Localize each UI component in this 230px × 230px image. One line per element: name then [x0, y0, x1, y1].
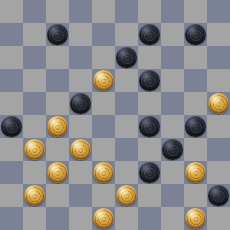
dark-square-46[interactable]	[0, 207, 23, 230]
light-square	[46, 92, 69, 115]
black-man-square-45[interactable]	[208, 185, 229, 206]
black-man-square-13[interactable]	[116, 47, 137, 68]
dark-square-30[interactable]	[184, 115, 207, 138]
dark-square-17[interactable]	[46, 69, 69, 92]
white-man-square-37[interactable]	[47, 162, 68, 183]
light-square	[46, 184, 69, 207]
dark-square-40[interactable]	[184, 161, 207, 184]
dark-square-25[interactable]	[207, 92, 230, 115]
black-man-square-29[interactable]	[139, 116, 160, 137]
dark-square-44[interactable]	[161, 184, 184, 207]
light-square	[0, 138, 23, 161]
light-square	[207, 115, 230, 138]
light-square	[69, 69, 92, 92]
dark-square-13[interactable]	[115, 46, 138, 69]
dark-square-48[interactable]	[92, 207, 115, 230]
light-square	[115, 207, 138, 230]
light-square	[23, 23, 46, 46]
dark-square-39[interactable]	[138, 161, 161, 184]
dark-square-5[interactable]	[207, 0, 230, 23]
dark-square-35[interactable]	[207, 138, 230, 161]
dark-square-27[interactable]	[46, 115, 69, 138]
dark-square-11[interactable]	[23, 46, 46, 69]
dark-square-3[interactable]	[115, 0, 138, 23]
light-square	[138, 92, 161, 115]
dark-square-33[interactable]	[115, 138, 138, 161]
black-man-square-19[interactable]	[139, 70, 160, 91]
dark-square-41[interactable]	[23, 184, 46, 207]
light-square	[23, 161, 46, 184]
white-man-square-32[interactable]	[70, 139, 91, 160]
white-man-square-38[interactable]	[93, 162, 114, 183]
dark-square-16[interactable]	[0, 69, 23, 92]
white-man-square-18[interactable]	[93, 70, 114, 91]
dark-square-14[interactable]	[161, 46, 184, 69]
black-man-square-22[interactable]	[70, 93, 91, 114]
dark-square-31[interactable]	[23, 138, 46, 161]
dark-square-9[interactable]	[138, 23, 161, 46]
black-man-square-30[interactable]	[185, 116, 206, 137]
light-square	[92, 0, 115, 23]
light-square	[23, 115, 46, 138]
light-square	[0, 0, 23, 23]
light-square	[207, 207, 230, 230]
light-square	[138, 0, 161, 23]
light-square	[184, 92, 207, 115]
light-square	[115, 69, 138, 92]
black-man-square-34[interactable]	[162, 139, 183, 160]
light-square	[207, 69, 230, 92]
light-square	[161, 207, 184, 230]
dark-square-29[interactable]	[138, 115, 161, 138]
light-square	[46, 138, 69, 161]
light-square	[0, 92, 23, 115]
white-man-square-48[interactable]	[93, 208, 114, 229]
dark-square-6[interactable]	[0, 23, 23, 46]
light-square	[184, 46, 207, 69]
dark-square-21[interactable]	[23, 92, 46, 115]
dark-square-32[interactable]	[69, 138, 92, 161]
white-man-square-25[interactable]	[208, 93, 229, 114]
black-man-square-26[interactable]	[1, 116, 22, 137]
light-square	[115, 23, 138, 46]
light-square	[23, 69, 46, 92]
light-square	[207, 23, 230, 46]
white-man-square-27[interactable]	[47, 116, 68, 137]
light-square	[184, 184, 207, 207]
draughts-board	[0, 0, 230, 230]
dark-square-24[interactable]	[161, 92, 184, 115]
black-man-square-9[interactable]	[139, 24, 160, 45]
light-square	[92, 184, 115, 207]
light-square	[69, 207, 92, 230]
light-square	[92, 92, 115, 115]
white-man-square-31[interactable]	[24, 139, 45, 160]
dark-square-42[interactable]	[69, 184, 92, 207]
black-man-square-39[interactable]	[139, 162, 160, 183]
light-square	[138, 138, 161, 161]
light-square	[161, 69, 184, 92]
dark-square-45[interactable]	[207, 184, 230, 207]
dark-square-22[interactable]	[69, 92, 92, 115]
dark-square-36[interactable]	[0, 161, 23, 184]
dark-square-10[interactable]	[184, 23, 207, 46]
light-square	[161, 161, 184, 184]
dark-square-38[interactable]	[92, 161, 115, 184]
light-square	[23, 207, 46, 230]
dark-square-19[interactable]	[138, 69, 161, 92]
dark-square-43[interactable]	[115, 184, 138, 207]
light-square	[138, 184, 161, 207]
dark-square-7[interactable]	[46, 23, 69, 46]
light-square	[0, 184, 23, 207]
light-square	[115, 115, 138, 138]
light-square	[46, 0, 69, 23]
black-man-square-10[interactable]	[185, 24, 206, 45]
light-square	[161, 115, 184, 138]
dark-square-12[interactable]	[69, 46, 92, 69]
dark-square-23[interactable]	[115, 92, 138, 115]
light-square	[161, 23, 184, 46]
light-square	[69, 115, 92, 138]
dark-square-15[interactable]	[207, 46, 230, 69]
light-square	[0, 46, 23, 69]
white-man-square-50[interactable]	[185, 208, 206, 229]
dark-square-18[interactable]	[92, 69, 115, 92]
light-square	[138, 46, 161, 69]
black-man-square-7[interactable]	[47, 24, 68, 45]
dark-square-1[interactable]	[23, 0, 46, 23]
light-square	[92, 138, 115, 161]
light-square	[92, 46, 115, 69]
dark-square-26[interactable]	[0, 115, 23, 138]
dark-square-34[interactable]	[161, 138, 184, 161]
dark-square-8[interactable]	[92, 23, 115, 46]
white-man-square-43[interactable]	[116, 185, 137, 206]
white-man-square-41[interactable]	[24, 185, 45, 206]
light-square	[69, 23, 92, 46]
dark-square-49[interactable]	[138, 207, 161, 230]
dark-square-28[interactable]	[92, 115, 115, 138]
light-square	[184, 0, 207, 23]
dark-square-4[interactable]	[161, 0, 184, 23]
light-square	[207, 161, 230, 184]
light-square	[115, 161, 138, 184]
dark-square-2[interactable]	[69, 0, 92, 23]
white-man-square-40[interactable]	[185, 162, 206, 183]
light-square	[46, 46, 69, 69]
light-square	[184, 138, 207, 161]
light-square	[69, 161, 92, 184]
dark-square-37[interactable]	[46, 161, 69, 184]
dark-square-50[interactable]	[184, 207, 207, 230]
dark-square-20[interactable]	[184, 69, 207, 92]
dark-square-47[interactable]	[46, 207, 69, 230]
